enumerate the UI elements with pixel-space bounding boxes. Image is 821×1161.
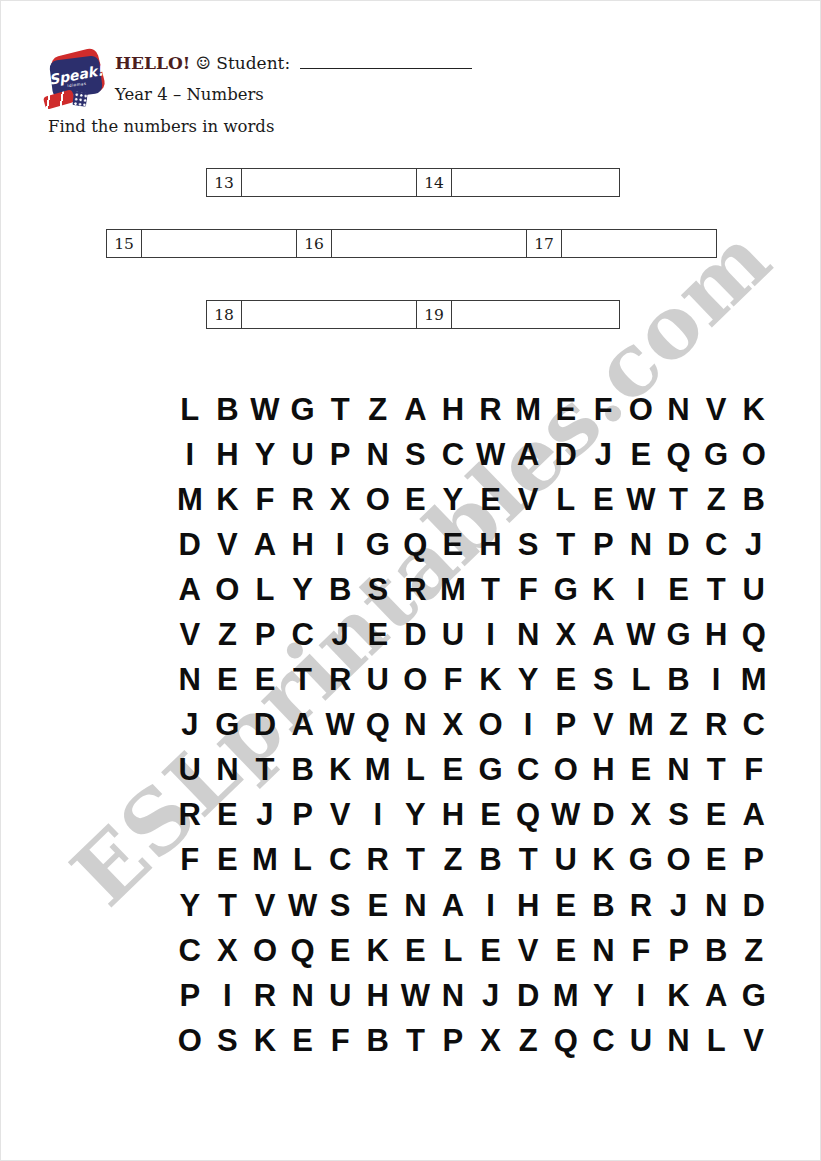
grid-cell-r1-c8: H [434,387,472,432]
grid-cell-r12-c2: T [209,883,247,928]
grid-cell-r2-c7: S [397,432,435,477]
grid-cell-r2-c1: I [171,432,209,477]
grid-cell-r14-c3: R [246,973,284,1018]
answer-blank-18[interactable] [241,300,417,329]
grid-cell-r15-c7: T [397,1018,435,1063]
grid-cell-r2-c4: U [284,432,322,477]
grid-cell-r10-c13: X [622,793,660,838]
grid-cell-r15-c4: E [284,1018,322,1063]
grid-cell-r14-c15: A [697,973,735,1018]
grid-cell-r15-c9: X [472,1018,510,1063]
grid-cell-r8-c9: O [472,703,510,748]
answer-number-19: 19 [416,300,452,329]
grid-cell-r10-c3: J [246,793,284,838]
grid-cell-r15-c3: K [246,1018,284,1063]
grid-cell-r1-c5: T [321,387,359,432]
grid-cell-r14-c6: H [359,973,397,1018]
logo-drum-icon [43,89,75,110]
grid-cell-r8-c1: J [171,703,209,748]
grid-cell-r4-c12: P [585,522,623,567]
grid-cell-r8-c10: I [509,703,547,748]
grid-cell-r8-c11: P [547,703,585,748]
answer-blank-14[interactable] [451,168,620,197]
grid-cell-r10-c11: W [547,793,585,838]
grid-cell-r11-c5: C [321,838,359,883]
grid-cell-r1-c1: L [171,387,209,432]
grid-cell-r15-c15: L [697,1018,735,1063]
grid-cell-r9-c9: G [472,748,510,793]
grid-cell-r6-c12: A [585,612,623,657]
answer-blank-17[interactable] [561,229,717,258]
grid-cell-r6-c4: C [284,612,322,657]
grid-cell-r10-c5: V [321,793,359,838]
grid-cell-r9-c6: M [359,748,397,793]
grid-cell-r15-c10: Z [509,1018,547,1063]
grid-cell-r3-c11: L [547,477,585,522]
grid-cell-r5-c10: F [509,567,547,612]
grid-cell-r13-c10: V [509,928,547,973]
grid-cell-r9-c4: B [284,748,322,793]
grid-cell-r14-c7: W [397,973,435,1018]
grid-cell-r4-c6: G [359,522,397,567]
grid-cell-r10-c15: E [697,793,735,838]
grid-cell-r15-c5: F [321,1018,359,1063]
grid-cell-r1-c13: O [622,387,660,432]
grid-cell-r5-c14: E [660,567,698,612]
grid-cell-r13-c11: E [547,928,585,973]
grid-cell-r3-c5: X [321,477,359,522]
grid-cell-r10-c7: Y [397,793,435,838]
grid-cell-r4-c4: H [284,522,322,567]
grid-cell-r8-c15: R [697,703,735,748]
grid-cell-r9-c15: T [697,748,735,793]
grid-cell-r4-c2: V [209,522,247,567]
grid-cell-r3-c8: Y [434,477,472,522]
grid-cell-r8-c13: M [622,703,660,748]
grid-cell-r12-c12: B [585,883,623,928]
grid-cell-r3-c6: O [359,477,397,522]
grid-cell-r7-c6: U [359,658,397,703]
grid-cell-r8-c14: Z [660,703,698,748]
grid-cell-r4-c1: D [171,522,209,567]
grid-cell-r3-c9: E [472,477,510,522]
grid-cell-r8-c6: Q [359,703,397,748]
grid-cell-r9-c1: U [171,748,209,793]
grid-cell-r13-c1: C [171,928,209,973]
grid-cell-r14-c12: Y [585,973,623,1018]
grid-cell-r7-c9: K [472,658,510,703]
answer-number-14: 14 [416,168,452,197]
grid-cell-r1-c3: W [246,387,284,432]
grid-cell-r7-c7: O [397,658,435,703]
grid-cell-r8-c12: V [585,703,623,748]
grid-cell-r12-c8: A [434,883,472,928]
grid-cell-r7-c1: N [171,658,209,703]
grid-cell-r4-c13: N [622,522,660,567]
grid-cell-r4-c15: C [697,522,735,567]
grid-cell-r5-c1: A [171,567,209,612]
grid-cell-r10-c1: R [171,793,209,838]
grid-cell-r1-c15: V [697,387,735,432]
grid-cell-r1-c9: R [472,387,510,432]
grid-cell-r3-c7: E [397,477,435,522]
grid-cell-r13-c13: F [622,928,660,973]
answer-blank-15[interactable] [141,229,297,258]
grid-cell-r7-c11: E [547,658,585,703]
grid-cell-r12-c10: H [509,883,547,928]
grid-cell-r2-c12: J [585,432,623,477]
grid-cell-r2-c15: G [697,432,735,477]
grid-cell-r13-c14: P [660,928,698,973]
grid-cell-r3-c1: M [171,477,209,522]
grid-cell-r15-c1: O [171,1018,209,1063]
hello-label: HELLO! [115,53,190,73]
grid-cell-r1-c2: B [209,387,247,432]
grid-cell-r1-c16: K [735,387,773,432]
grid-cell-r11-c13: G [622,838,660,883]
grid-cell-r8-c7: N [397,703,435,748]
grid-cell-r12-c11: E [547,883,585,928]
grid-cell-r3-c16: B [735,477,773,522]
grid-cell-r9-c13: E [622,748,660,793]
student-name-line[interactable] [300,54,472,69]
grid-cell-r12-c4: W [284,883,322,928]
grid-cell-r13-c2: X [209,928,247,973]
grid-cell-r15-c2: S [209,1018,247,1063]
grid-cell-r9-c10: C [509,748,547,793]
grid-cell-r10-c2: E [209,793,247,838]
grid-cell-r6-c16: Q [735,612,773,657]
course-line: Year 4 – Numbers [115,85,264,104]
grid-cell-r2-c8: C [434,432,472,477]
grid-cell-r8-c4: A [284,703,322,748]
grid-cell-r14-c13: I [622,973,660,1018]
instruction-text: Find the numbers in words [48,117,274,136]
grid-cell-r4-c7: Q [397,522,435,567]
grid-cell-r2-c16: O [735,432,773,477]
grid-cell-r10-c16: A [735,793,773,838]
grid-cell-r11-c1: F [171,838,209,883]
grid-cell-r3-c15: Z [697,477,735,522]
grid-cell-r11-c3: M [246,838,284,883]
answer-number-17: 17 [526,229,562,258]
grid-cell-r5-c9: T [472,567,510,612]
grid-cell-r7-c4: T [284,658,322,703]
grid-cell-r15-c13: U [622,1018,660,1063]
grid-cell-r6-c13: W [622,612,660,657]
grid-cell-r3-c10: V [509,477,547,522]
grid-cell-r2-c5: P [321,432,359,477]
grid-cell-r9-c12: H [585,748,623,793]
grid-cell-r2-c13: E [622,432,660,477]
answer-row-18-19: 18 19 [206,300,620,329]
grid-cell-r9-c14: N [660,748,698,793]
grid-cell-r9-c16: F [735,748,773,793]
grid-cell-r1-c4: G [284,387,322,432]
grid-cell-r4-c5: I [321,522,359,567]
grid-cell-r6-c10: N [509,612,547,657]
grid-cell-r2-c10: A [509,432,547,477]
grid-cell-r13-c6: K [359,928,397,973]
grid-cell-r12-c7: N [397,883,435,928]
grid-cell-r7-c10: Y [509,658,547,703]
grid-cell-r8-c8: X [434,703,472,748]
grid-cell-r3-c14: T [660,477,698,522]
smiley-icon: ☺ [196,53,211,73]
grid-cell-r12-c3: V [246,883,284,928]
grid-cell-r8-c5: W [321,703,359,748]
grid-cell-r6-c6: E [359,612,397,657]
grid-cell-r5-c4: Y [284,567,322,612]
grid-cell-r11-c14: O [660,838,698,883]
grid-cell-r3-c4: R [284,477,322,522]
grid-cell-r1-c10: M [509,387,547,432]
grid-cell-r13-c8: L [434,928,472,973]
grid-cell-r1-c14: N [660,387,698,432]
grid-cell-r1-c11: E [547,387,585,432]
grid-cell-r11-c4: L [284,838,322,883]
answer-row-13-14: 13 14 [206,168,620,197]
answer-blank-16[interactable] [331,229,527,258]
grid-cell-r1-c7: A [397,387,435,432]
grid-cell-r9-c7: L [397,748,435,793]
grid-cell-r14-c14: K [660,973,698,1018]
grid-cell-r12-c6: E [359,883,397,928]
answer-number-15: 15 [106,229,142,258]
logo-dots-icon [72,91,88,107]
grid-cell-r11-c7: T [397,838,435,883]
grid-cell-r10-c6: I [359,793,397,838]
grid-cell-r11-c6: R [359,838,397,883]
word-search-grid: LBWGTZAHRMEFONVKIHYUPNSCWADJEQGOMKFRXOEY… [171,387,773,1063]
grid-cell-r2-c3: Y [246,432,284,477]
grid-cell-r5-c2: O [209,567,247,612]
grid-cell-r3-c13: W [622,477,660,522]
grid-cell-r5-c7: R [397,567,435,612]
grid-cell-r10-c9: E [472,793,510,838]
grid-cell-r6-c7: D [397,612,435,657]
grid-cell-r7-c15: I [697,658,735,703]
answer-number-18: 18 [206,300,242,329]
grid-cell-r12-c1: Y [171,883,209,928]
grid-cell-r4-c14: D [660,522,698,567]
grid-cell-r7-c3: E [246,658,284,703]
grid-cell-r12-c13: R [622,883,660,928]
grid-cell-r14-c8: N [434,973,472,1018]
logo-brand-text: Speak! [48,63,104,86]
grid-cell-r5-c11: G [547,567,585,612]
grid-cell-r7-c5: R [321,658,359,703]
grid-cell-r1-c12: F [585,387,623,432]
grid-cell-r7-c14: B [660,658,698,703]
grid-cell-r6-c15: H [697,612,735,657]
grid-cell-r7-c2: E [209,658,247,703]
grid-cell-r9-c8: E [434,748,472,793]
grid-cell-r7-c8: F [434,658,472,703]
grid-cell-r1-c6: Z [359,387,397,432]
grid-cell-r3-c3: F [246,477,284,522]
grid-cell-r6-c1: V [171,612,209,657]
hello-student-line: HELLO! ☺ Student: [115,53,472,73]
grid-cell-r9-c2: N [209,748,247,793]
answer-row-15-17: 15 16 17 [106,229,717,258]
grid-cell-r4-c16: J [735,522,773,567]
grid-cell-r14-c10: D [509,973,547,1018]
grid-cell-r13-c7: E [397,928,435,973]
grid-cell-r7-c16: M [735,658,773,703]
grid-cell-r2-c9: W [472,432,510,477]
grid-cell-r9-c5: K [321,748,359,793]
grid-cell-r10-c4: P [284,793,322,838]
grid-cell-r14-c16: G [735,973,773,1018]
grid-cell-r15-c16: V [735,1018,773,1063]
grid-cell-r11-c10: T [509,838,547,883]
grid-cell-r5-c13: I [622,567,660,612]
grid-cell-r11-c11: U [547,838,585,883]
answer-blank-19[interactable] [451,300,620,329]
grid-cell-r14-c1: P [171,973,209,1018]
grid-cell-r12-c14: J [660,883,698,928]
grid-cell-r4-c10: S [509,522,547,567]
grid-cell-r5-c12: K [585,567,623,612]
grid-cell-r2-c2: H [209,432,247,477]
grid-cell-r11-c12: K [585,838,623,883]
grid-cell-r5-c5: B [321,567,359,612]
grid-cell-r5-c15: T [697,567,735,612]
grid-cell-r3-c12: E [585,477,623,522]
grid-cell-r9-c3: T [246,748,284,793]
grid-cell-r11-c15: E [697,838,735,883]
grid-cell-r11-c9: B [472,838,510,883]
grid-cell-r6-c11: X [547,612,585,657]
grid-cell-r15-c14: N [660,1018,698,1063]
grid-cell-r13-c4: Q [284,928,322,973]
grid-cell-r6-c2: Z [209,612,247,657]
student-label: Student: [216,53,290,73]
grid-cell-r7-c12: S [585,658,623,703]
grid-cell-r14-c4: N [284,973,322,1018]
grid-cell-r5-c6: S [359,567,397,612]
grid-cell-r5-c3: L [246,567,284,612]
grid-cell-r10-c12: D [585,793,623,838]
grid-cell-r15-c8: P [434,1018,472,1063]
grid-cell-r13-c3: O [246,928,284,973]
grid-cell-r10-c14: S [660,793,698,838]
grid-cell-r11-c8: Z [434,838,472,883]
grid-cell-r13-c15: B [697,928,735,973]
grid-cell-r15-c11: Q [547,1018,585,1063]
answer-blank-13[interactable] [241,168,417,197]
grid-cell-r9-c11: O [547,748,585,793]
grid-cell-r12-c9: I [472,883,510,928]
grid-cell-r3-c2: K [209,477,247,522]
answer-number-16: 16 [296,229,332,258]
grid-cell-r4-c9: H [472,522,510,567]
grid-cell-r8-c16: C [735,703,773,748]
grid-cell-r14-c5: U [321,973,359,1018]
grid-cell-r6-c8: U [434,612,472,657]
grid-cell-r6-c9: I [472,612,510,657]
grid-cell-r4-c8: E [434,522,472,567]
grid-cell-r5-c16: U [735,567,773,612]
grid-cell-r6-c5: J [321,612,359,657]
grid-cell-r8-c3: D [246,703,284,748]
grid-cell-r2-c6: N [359,432,397,477]
grid-cell-r11-c2: E [209,838,247,883]
grid-cell-r13-c16: Z [735,928,773,973]
grid-cell-r4-c3: A [246,522,284,567]
grid-cell-r15-c12: C [585,1018,623,1063]
grid-cell-r6-c3: P [246,612,284,657]
grid-cell-r10-c10: Q [509,793,547,838]
grid-cell-r11-c16: P [735,838,773,883]
speak-logo: Speak! idiomas [47,51,111,113]
grid-cell-r12-c15: N [697,883,735,928]
grid-cell-r4-c11: T [547,522,585,567]
grid-cell-r15-c6: B [359,1018,397,1063]
grid-cell-r13-c5: E [321,928,359,973]
grid-cell-r8-c2: G [209,703,247,748]
grid-cell-r14-c2: I [209,973,247,1018]
grid-cell-r13-c9: E [472,928,510,973]
grid-cell-r2-c11: D [547,432,585,477]
answer-number-13: 13 [206,168,242,197]
grid-cell-r13-c12: N [585,928,623,973]
grid-cell-r5-c8: M [434,567,472,612]
grid-cell-r12-c16: D [735,883,773,928]
grid-cell-r14-c11: M [547,973,585,1018]
grid-cell-r6-c14: G [660,612,698,657]
grid-cell-r14-c9: J [472,973,510,1018]
grid-cell-r12-c5: S [321,883,359,928]
grid-cell-r10-c8: H [434,793,472,838]
grid-cell-r7-c13: L [622,658,660,703]
grid-cell-r2-c14: Q [660,432,698,477]
